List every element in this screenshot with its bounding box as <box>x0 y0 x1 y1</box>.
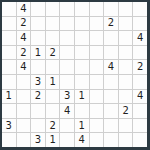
empty-cell[interactable] <box>46 104 60 118</box>
empty-cell[interactable] <box>119 75 133 89</box>
puzzle-board: 42244212442311231442321314 <box>0 0 150 150</box>
empty-cell[interactable] <box>133 2 147 16</box>
empty-cell[interactable] <box>90 75 104 89</box>
empty-cell[interactable] <box>60 119 74 133</box>
given-number-cell[interactable]: 2 <box>31 90 45 104</box>
empty-cell[interactable] <box>90 60 104 74</box>
given-number-cell[interactable]: 2 <box>17 46 31 60</box>
empty-cell[interactable] <box>2 17 16 31</box>
empty-cell[interactable] <box>90 2 104 16</box>
given-number-cell[interactable]: 3 <box>60 90 74 104</box>
empty-cell[interactable] <box>104 90 118 104</box>
empty-cell[interactable] <box>2 104 16 118</box>
empty-cell[interactable] <box>2 31 16 45</box>
empty-cell[interactable] <box>90 90 104 104</box>
empty-cell[interactable] <box>2 46 16 60</box>
empty-cell[interactable] <box>90 119 104 133</box>
empty-cell[interactable] <box>133 75 147 89</box>
given-number-cell[interactable]: 2 <box>46 119 60 133</box>
empty-cell[interactable] <box>60 17 74 31</box>
given-number-cell[interactable]: 4 <box>133 90 147 104</box>
given-number-cell[interactable]: 1 <box>46 133 60 147</box>
empty-cell[interactable] <box>2 2 16 16</box>
empty-cell[interactable] <box>90 17 104 31</box>
empty-cell[interactable] <box>90 31 104 45</box>
given-number-cell[interactable]: 2 <box>104 17 118 31</box>
empty-cell[interactable] <box>133 46 147 60</box>
empty-cell[interactable] <box>60 60 74 74</box>
empty-cell[interactable] <box>31 119 45 133</box>
empty-cell[interactable] <box>133 133 147 147</box>
empty-cell[interactable] <box>119 2 133 16</box>
empty-cell[interactable] <box>119 46 133 60</box>
empty-cell[interactable] <box>31 104 45 118</box>
empty-cell[interactable] <box>2 60 16 74</box>
given-number-cell[interactable]: 2 <box>46 46 60 60</box>
given-number-cell[interactable]: 1 <box>46 75 60 89</box>
empty-cell[interactable] <box>17 119 31 133</box>
given-number-cell[interactable]: 1 <box>2 90 16 104</box>
given-number-cell[interactable]: 3 <box>31 75 45 89</box>
empty-cell[interactable] <box>133 119 147 133</box>
empty-cell[interactable] <box>46 31 60 45</box>
empty-cell[interactable] <box>17 104 31 118</box>
given-number-cell[interactable]: 4 <box>17 31 31 45</box>
empty-cell[interactable] <box>104 46 118 60</box>
empty-cell[interactable] <box>46 17 60 31</box>
given-number-cell[interactable]: 1 <box>31 46 45 60</box>
empty-cell[interactable] <box>75 2 89 16</box>
empty-cell[interactable] <box>60 133 74 147</box>
empty-cell[interactable] <box>60 2 74 16</box>
empty-cell[interactable] <box>75 46 89 60</box>
empty-cell[interactable] <box>31 31 45 45</box>
empty-cell[interactable] <box>60 31 74 45</box>
empty-cell[interactable] <box>119 31 133 45</box>
empty-cell[interactable] <box>46 90 60 104</box>
empty-cell[interactable] <box>17 75 31 89</box>
empty-cell[interactable] <box>31 17 45 31</box>
empty-cell[interactable] <box>31 2 45 16</box>
given-number-cell[interactable]: 1 <box>75 119 89 133</box>
given-number-cell[interactable]: 4 <box>17 2 31 16</box>
given-number-cell[interactable]: 4 <box>133 31 147 45</box>
empty-cell[interactable] <box>133 104 147 118</box>
empty-cell[interactable] <box>31 60 45 74</box>
empty-cell[interactable] <box>104 75 118 89</box>
given-number-cell[interactable]: 4 <box>75 133 89 147</box>
empty-cell[interactable] <box>60 75 74 89</box>
empty-cell[interactable] <box>119 17 133 31</box>
empty-cell[interactable] <box>46 60 60 74</box>
empty-cell[interactable] <box>60 46 74 60</box>
given-number-cell[interactable]: 4 <box>104 60 118 74</box>
empty-cell[interactable] <box>119 119 133 133</box>
empty-cell[interactable] <box>46 2 60 16</box>
empty-cell[interactable] <box>17 133 31 147</box>
given-number-cell[interactable]: 2 <box>17 17 31 31</box>
given-number-cell[interactable]: 1 <box>75 90 89 104</box>
empty-cell[interactable] <box>75 17 89 31</box>
empty-cell[interactable] <box>90 104 104 118</box>
empty-cell[interactable] <box>119 90 133 104</box>
empty-cell[interactable] <box>2 133 16 147</box>
empty-cell[interactable] <box>119 133 133 147</box>
empty-cell[interactable] <box>75 60 89 74</box>
empty-cell[interactable] <box>75 75 89 89</box>
empty-cell[interactable] <box>2 75 16 89</box>
empty-cell[interactable] <box>119 60 133 74</box>
empty-cell[interactable] <box>90 46 104 60</box>
given-number-cell[interactable]: 3 <box>2 119 16 133</box>
empty-cell[interactable] <box>17 90 31 104</box>
given-number-cell[interactable]: 4 <box>17 60 31 74</box>
empty-cell[interactable] <box>104 31 118 45</box>
empty-cell[interactable] <box>104 2 118 16</box>
given-number-cell[interactable]: 2 <box>119 104 133 118</box>
empty-cell[interactable] <box>75 104 89 118</box>
empty-cell[interactable] <box>90 133 104 147</box>
given-number-cell[interactable]: 2 <box>133 60 147 74</box>
given-number-cell[interactable]: 3 <box>31 133 45 147</box>
empty-cell[interactable] <box>104 119 118 133</box>
given-number-cell[interactable]: 4 <box>60 104 74 118</box>
empty-cell[interactable] <box>104 133 118 147</box>
empty-cell[interactable] <box>133 17 147 31</box>
empty-cell[interactable] <box>75 31 89 45</box>
empty-cell[interactable] <box>104 104 118 118</box>
